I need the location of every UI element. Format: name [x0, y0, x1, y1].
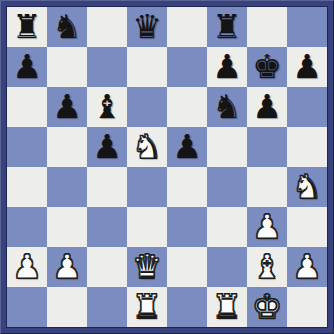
square-d1[interactable]: ♜: [127, 287, 167, 327]
square-e7[interactable]: [167, 47, 207, 87]
square-b6[interactable]: ♟: [47, 87, 87, 127]
square-a7[interactable]: ♟: [7, 47, 47, 87]
square-g6[interactable]: ♟: [247, 87, 287, 127]
square-e1[interactable]: [167, 287, 207, 327]
black-pawn-e5[interactable]: ♟: [167, 127, 207, 167]
white-bishop-g2[interactable]: ♝: [247, 247, 287, 287]
square-b4[interactable]: [47, 167, 87, 207]
square-f3[interactable]: [207, 207, 247, 247]
chess-board: ♜♞♛♜♟♟♚♟♟♝♞♟♟♞♟♞♟♟♟♛♝♟♜♜♚: [7, 7, 327, 327]
square-e2[interactable]: [167, 247, 207, 287]
black-pawn-h7[interactable]: ♟: [287, 47, 327, 87]
square-g2[interactable]: ♝: [247, 247, 287, 287]
square-a6[interactable]: [7, 87, 47, 127]
square-h4[interactable]: ♞: [287, 167, 327, 207]
square-d7[interactable]: [127, 47, 167, 87]
square-c4[interactable]: [87, 167, 127, 207]
square-c5[interactable]: ♟: [87, 127, 127, 167]
square-a1[interactable]: [7, 287, 47, 327]
black-pawn-g6[interactable]: ♟: [247, 87, 287, 127]
black-pawn-c5[interactable]: ♟: [87, 127, 127, 167]
square-b3[interactable]: [47, 207, 87, 247]
square-c1[interactable]: [87, 287, 127, 327]
square-h5[interactable]: [287, 127, 327, 167]
white-rook-f1[interactable]: ♜: [207, 287, 247, 327]
black-pawn-b6[interactable]: ♟: [47, 87, 87, 127]
square-e5[interactable]: ♟: [167, 127, 207, 167]
square-d2[interactable]: ♛: [127, 247, 167, 287]
black-rook-a8[interactable]: ♜: [7, 7, 47, 47]
square-c3[interactable]: [87, 207, 127, 247]
square-g5[interactable]: [247, 127, 287, 167]
square-c2[interactable]: [87, 247, 127, 287]
black-pawn-a7[interactable]: ♟: [7, 47, 47, 87]
square-d6[interactable]: [127, 87, 167, 127]
white-pawn-b2[interactable]: ♟: [47, 247, 87, 287]
chess-board-frame: ♜♞♛♜♟♟♚♟♟♝♞♟♟♞♟♞♟♟♟♛♝♟♜♜♚: [0, 0, 334, 334]
square-h1[interactable]: [287, 287, 327, 327]
black-bishop-c6[interactable]: ♝: [87, 87, 127, 127]
square-c7[interactable]: [87, 47, 127, 87]
black-knight-b8[interactable]: ♞: [47, 7, 87, 47]
square-d3[interactable]: [127, 207, 167, 247]
square-g3[interactable]: ♟: [247, 207, 287, 247]
square-f1[interactable]: ♜: [207, 287, 247, 327]
square-e3[interactable]: [167, 207, 207, 247]
square-f8[interactable]: ♜: [207, 7, 247, 47]
square-f4[interactable]: [207, 167, 247, 207]
square-c8[interactable]: [87, 7, 127, 47]
square-h8[interactable]: [287, 7, 327, 47]
square-a8[interactable]: ♜: [7, 7, 47, 47]
black-pawn-f7[interactable]: ♟: [207, 47, 247, 87]
square-h3[interactable]: [287, 207, 327, 247]
black-king-g7[interactable]: ♚: [247, 47, 287, 87]
square-b5[interactable]: [47, 127, 87, 167]
square-b8[interactable]: ♞: [47, 7, 87, 47]
square-g1[interactable]: ♚: [247, 287, 287, 327]
square-c6[interactable]: ♝: [87, 87, 127, 127]
square-h6[interactable]: [287, 87, 327, 127]
square-h7[interactable]: ♟: [287, 47, 327, 87]
square-e4[interactable]: [167, 167, 207, 207]
white-queen-d2[interactable]: ♛: [127, 247, 167, 287]
square-h2[interactable]: ♟: [287, 247, 327, 287]
white-knight-d5[interactable]: ♞: [127, 127, 167, 167]
white-pawn-h2[interactable]: ♟: [287, 247, 327, 287]
square-e6[interactable]: [167, 87, 207, 127]
square-a5[interactable]: [7, 127, 47, 167]
white-knight-h4[interactable]: ♞: [287, 167, 327, 207]
square-g8[interactable]: [247, 7, 287, 47]
black-queen-d8[interactable]: ♛: [127, 7, 167, 47]
square-b1[interactable]: [47, 287, 87, 327]
black-knight-f6[interactable]: ♞: [207, 87, 247, 127]
square-g4[interactable]: [247, 167, 287, 207]
square-b7[interactable]: [47, 47, 87, 87]
square-b2[interactable]: ♟: [47, 247, 87, 287]
square-d8[interactable]: ♛: [127, 7, 167, 47]
white-pawn-a2[interactable]: ♟: [7, 247, 47, 287]
square-d5[interactable]: ♞: [127, 127, 167, 167]
square-a4[interactable]: [7, 167, 47, 207]
square-f7[interactable]: ♟: [207, 47, 247, 87]
square-f2[interactable]: [207, 247, 247, 287]
square-f6[interactable]: ♞: [207, 87, 247, 127]
white-king-g1[interactable]: ♚: [247, 287, 287, 327]
white-rook-d1[interactable]: ♜: [127, 287, 167, 327]
square-g7[interactable]: ♚: [247, 47, 287, 87]
square-f5[interactable]: [207, 127, 247, 167]
square-a2[interactable]: ♟: [7, 247, 47, 287]
black-rook-f8[interactable]: ♜: [207, 7, 247, 47]
white-pawn-g3[interactable]: ♟: [247, 207, 287, 247]
square-a3[interactable]: [7, 207, 47, 247]
square-d4[interactable]: [127, 167, 167, 207]
square-e8[interactable]: [167, 7, 207, 47]
